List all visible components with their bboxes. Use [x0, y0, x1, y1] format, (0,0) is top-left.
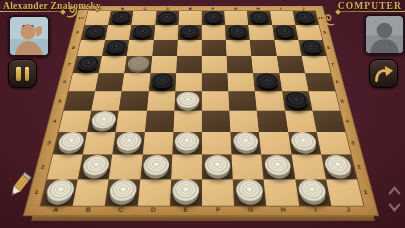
square-E2[interactable] — [171, 155, 202, 180]
square-C3[interactable] — [113, 132, 145, 155]
square-H7[interactable] — [252, 56, 279, 73]
piece-white-I3[interactable] — [290, 132, 318, 151]
person-silhouette-icon — [366, 16, 403, 53]
gold-divider-left — [0, 11, 61, 12]
move-scroll-control[interactable] — [387, 183, 402, 215]
piece-black-C9[interactable] — [132, 25, 153, 37]
square-C1[interactable] — [105, 179, 140, 206]
pause-icon — [16, 67, 21, 81]
coord-label-F: F — [202, 204, 235, 215]
piece-black-D10[interactable] — [157, 11, 177, 23]
square-D1[interactable] — [137, 179, 171, 206]
square-C8[interactable] — [127, 40, 153, 56]
square-A2[interactable] — [47, 155, 83, 180]
square-E8[interactable] — [177, 40, 202, 56]
square-G4[interactable] — [229, 111, 259, 132]
coord-label-E: E — [169, 204, 202, 215]
square-E1[interactable] — [170, 179, 202, 206]
piece-white-B4[interactable] — [90, 111, 117, 128]
piece-white-C3[interactable] — [115, 132, 142, 151]
square-I3[interactable] — [288, 132, 321, 155]
piece-white-D2[interactable] — [143, 155, 170, 175]
piece-black-A7[interactable] — [76, 56, 100, 70]
piece-black-G9[interactable] — [227, 25, 248, 37]
coord-label-A: A — [38, 204, 73, 215]
square-J1[interactable] — [326, 179, 364, 206]
square-E7[interactable] — [176, 56, 202, 73]
square-J7[interactable] — [301, 56, 330, 73]
piece-white-G1[interactable] — [235, 180, 263, 202]
piece-white-A3[interactable] — [56, 132, 85, 151]
square-B7[interactable] — [99, 56, 127, 73]
square-F7[interactable] — [202, 56, 228, 73]
coord-label-D: D — [137, 204, 170, 215]
piece-white-I1[interactable] — [297, 180, 327, 202]
square-H5[interactable] — [255, 91, 285, 111]
square-H2[interactable] — [261, 155, 294, 180]
gold-divider-right — [341, 11, 405, 12]
checkers-board: ABCDEFGHIJ 12345678910 12345678910 ABCDE… — [23, 6, 379, 216]
square-A1[interactable] — [41, 179, 78, 206]
square-D5[interactable] — [147, 91, 176, 111]
piece-white-E3[interactable] — [175, 132, 200, 151]
square-H8[interactable] — [250, 40, 277, 56]
square-G7[interactable] — [227, 56, 254, 73]
square-A5[interactable] — [64, 91, 95, 111]
square-D10[interactable] — [155, 11, 179, 25]
square-D7[interactable] — [150, 56, 177, 73]
avatar-right-computer — [364, 14, 405, 55]
piece-white-B2[interactable] — [81, 155, 110, 175]
square-G1[interactable] — [233, 179, 267, 206]
square-B6[interactable] — [95, 73, 124, 91]
square-A8[interactable] — [77, 40, 105, 56]
square-I5[interactable] — [282, 91, 313, 111]
square-I9[interactable] — [272, 25, 298, 40]
square-I6[interactable] — [279, 73, 308, 91]
square-F9[interactable] — [202, 25, 226, 40]
piece-black-B8[interactable] — [105, 40, 128, 53]
square-F5[interactable] — [202, 91, 230, 111]
piece-black-F10[interactable] — [204, 11, 224, 23]
piece-black-H10[interactable] — [249, 11, 270, 23]
square-F6[interactable] — [202, 73, 229, 91]
square-J8[interactable] — [298, 40, 326, 56]
piece-ghost-C7[interactable] — [127, 56, 150, 70]
piece-black-J8[interactable] — [300, 40, 323, 53]
piece-black-J10[interactable] — [294, 11, 316, 23]
square-I4[interactable] — [285, 111, 317, 132]
coord-label-J: J — [331, 204, 366, 215]
square-H9[interactable] — [248, 25, 274, 40]
coord-label-G: G — [234, 204, 267, 215]
board-front-edge — [31, 215, 375, 221]
square-H10[interactable] — [247, 11, 272, 25]
piece-black-B10[interactable] — [110, 11, 131, 23]
square-G9[interactable] — [225, 25, 250, 40]
redo-button[interactable] — [369, 59, 398, 88]
square-C6[interactable] — [122, 73, 150, 91]
square-H4[interactable] — [257, 111, 288, 132]
edit-moves-button[interactable] — [5, 169, 35, 201]
square-D9[interactable] — [153, 25, 178, 40]
square-D8[interactable] — [152, 40, 178, 56]
coord-label-I: I — [299, 204, 333, 215]
square-A6[interactable] — [69, 73, 99, 91]
square-A9[interactable] — [81, 25, 108, 40]
square-G2[interactable] — [232, 155, 264, 180]
square-F10[interactable] — [202, 11, 225, 25]
square-H3[interactable] — [259, 132, 291, 155]
piece-white-G3[interactable] — [233, 132, 259, 151]
square-F1[interactable] — [202, 179, 234, 206]
square-E9[interactable] — [178, 25, 202, 40]
square-E10[interactable] — [178, 11, 201, 25]
square-B8[interactable] — [102, 40, 129, 56]
gold-curl-ornament-right — [321, 12, 335, 27]
square-C4[interactable] — [116, 111, 147, 132]
square-G3[interactable] — [231, 132, 262, 155]
square-F8[interactable] — [202, 40, 227, 56]
square-E4[interactable] — [173, 111, 202, 132]
square-G10[interactable] — [224, 11, 248, 25]
square-B3[interactable] — [83, 132, 116, 155]
square-J10[interactable] — [292, 11, 318, 25]
square-F3[interactable] — [202, 132, 232, 155]
piece-black-H6[interactable] — [255, 73, 279, 88]
piece-white-E1[interactable] — [172, 180, 199, 202]
coord-label-C: C — [104, 204, 138, 215]
square-C7[interactable] — [125, 56, 152, 73]
game-screen: ABCDEFGHIJ 12345678910 12345678910 ABCDE… — [0, 0, 405, 228]
square-C2[interactable] — [109, 155, 142, 180]
piece-black-I9[interactable] — [274, 25, 296, 37]
square-C5[interactable] — [119, 91, 149, 111]
square-F4[interactable] — [202, 111, 231, 132]
square-E3[interactable] — [172, 132, 202, 155]
pencil-icon — [6, 170, 34, 200]
square-E5[interactable] — [174, 91, 202, 111]
square-I2[interactable] — [291, 155, 326, 180]
square-J5[interactable] — [308, 91, 340, 111]
square-F2[interactable] — [202, 155, 233, 180]
gold-curl-ornament-left — [66, 4, 80, 19]
square-I8[interactable] — [274, 40, 301, 56]
board-grid — [41, 11, 364, 206]
square-D4[interactable] — [145, 111, 175, 132]
square-A4[interactable] — [59, 111, 92, 132]
square-H6[interactable] — [253, 73, 281, 91]
square-H1[interactable] — [264, 179, 299, 206]
pause-button[interactable] — [8, 59, 37, 88]
square-D3[interactable] — [142, 132, 173, 155]
square-E6[interactable] — [175, 73, 202, 91]
player-name-left: Alexander Znakomsky — [3, 1, 101, 11]
square-A7[interactable] — [73, 56, 102, 73]
square-B9[interactable] — [105, 25, 131, 40]
column-labels-bottom: ABCDEFGHIJ — [38, 204, 366, 215]
square-C9[interactable] — [129, 25, 155, 40]
avatar-left-player — [8, 15, 50, 57]
up-down-chevrons-icon — [387, 183, 402, 215]
coord-label-H: H — [266, 204, 300, 215]
square-J6[interactable] — [305, 73, 335, 91]
square-G8[interactable] — [226, 40, 252, 56]
square-J4[interactable] — [312, 111, 345, 132]
square-I10[interactable] — [270, 11, 295, 25]
piece-black-A9[interactable] — [84, 25, 107, 37]
piece-white-F2[interactable] — [204, 155, 230, 175]
square-B10[interactable] — [108, 11, 133, 25]
forward-arrow-icon — [373, 63, 394, 84]
square-B5[interactable] — [91, 91, 121, 111]
piece-black-E9[interactable] — [180, 25, 200, 37]
coord-label-B: B — [71, 204, 105, 215]
square-B1[interactable] — [73, 179, 109, 206]
square-B2[interactable] — [78, 155, 113, 180]
square-I7[interactable] — [277, 56, 305, 73]
piece-white-E5[interactable] — [177, 92, 200, 108]
player-name-right: COMPUTER — [338, 1, 402, 11]
square-C10[interactable] — [132, 11, 157, 25]
square-G6[interactable] — [228, 73, 256, 91]
square-D2[interactable] — [140, 155, 172, 180]
square-A3[interactable] — [53, 132, 87, 155]
piece-white-A1[interactable] — [44, 180, 75, 202]
piece-black-I5[interactable] — [284, 92, 310, 108]
square-J3[interactable] — [316, 132, 350, 155]
square-J2[interactable] — [321, 155, 357, 180]
square-G5[interactable] — [228, 91, 257, 111]
square-B4[interactable] — [87, 111, 119, 132]
square-J9[interactable] — [295, 25, 322, 40]
piece-white-J2[interactable] — [323, 155, 353, 175]
square-A10[interactable] — [85, 11, 111, 25]
piece-white-C1[interactable] — [108, 180, 137, 202]
square-D6[interactable] — [149, 73, 177, 91]
piece-black-D6[interactable] — [151, 73, 174, 88]
avatar-photo-man — [10, 17, 48, 55]
piece-white-H2[interactable] — [264, 155, 292, 175]
